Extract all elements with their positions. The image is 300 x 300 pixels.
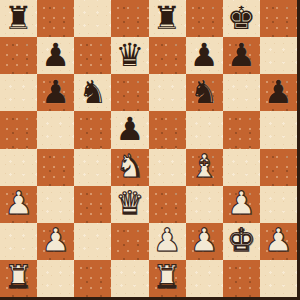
- square-a6[interactable]: [0, 74, 37, 111]
- white-queen-piece[interactable]: ♛: [116, 187, 145, 219]
- black-pawn-piece[interactable]: ♟: [227, 39, 256, 71]
- square-d7[interactable]: ♛: [111, 37, 148, 74]
- black-queen-piece[interactable]: ♛: [116, 39, 145, 71]
- white-pawn-piece[interactable]: ♟: [153, 224, 182, 256]
- white-pawn-piece[interactable]: ♟: [4, 187, 33, 219]
- white-pawn-piece[interactable]: ♟: [227, 187, 256, 219]
- square-a8[interactable]: ♜: [0, 0, 37, 37]
- black-knight-piece[interactable]: ♞: [190, 76, 219, 108]
- square-c6[interactable]: ♞: [74, 74, 111, 111]
- black-pawn-piece[interactable]: ♟: [41, 76, 70, 108]
- square-g1[interactable]: [223, 260, 260, 297]
- square-a5[interactable]: [0, 111, 37, 148]
- square-e8[interactable]: ♜: [149, 0, 186, 37]
- square-g7[interactable]: ♟: [223, 37, 260, 74]
- square-a2[interactable]: [0, 223, 37, 260]
- white-rook-piece[interactable]: ♜: [4, 261, 33, 293]
- white-pawn-piece[interactable]: ♟: [41, 224, 70, 256]
- square-g5[interactable]: [223, 111, 260, 148]
- square-f5[interactable]: [186, 111, 223, 148]
- square-b1[interactable]: [37, 260, 74, 297]
- white-rook-piece[interactable]: ♜: [153, 261, 182, 293]
- square-d5[interactable]: ♟: [111, 111, 148, 148]
- square-f7[interactable]: ♟: [186, 37, 223, 74]
- square-g3[interactable]: ♟: [223, 186, 260, 223]
- black-pawn-piece[interactable]: ♟: [41, 39, 70, 71]
- white-pawn-piece[interactable]: ♟: [264, 224, 293, 256]
- square-h7[interactable]: [260, 37, 297, 74]
- square-e4[interactable]: [149, 149, 186, 186]
- square-c5[interactable]: [74, 111, 111, 148]
- black-pawn-piece[interactable]: ♟: [264, 76, 293, 108]
- square-e2[interactable]: ♟: [149, 223, 186, 260]
- white-bishop-piece[interactable]: ♝: [190, 150, 219, 182]
- square-b6[interactable]: ♟: [37, 74, 74, 111]
- square-h5[interactable]: [260, 111, 297, 148]
- black-pawn-piece[interactable]: ♟: [190, 39, 219, 71]
- white-knight-piece[interactable]: ♞: [116, 150, 145, 182]
- square-c8[interactable]: [74, 0, 111, 37]
- square-h1[interactable]: [260, 260, 297, 297]
- square-f1[interactable]: [186, 260, 223, 297]
- square-e5[interactable]: [149, 111, 186, 148]
- square-d6[interactable]: [111, 74, 148, 111]
- black-rook-piece[interactable]: ♜: [153, 2, 182, 34]
- square-f2[interactable]: ♟: [186, 223, 223, 260]
- chess-board-frame: ♜♜♚♟♛♟♟♟♞♞♟♟♞♝♟♛♟♟♟♟♚♟♜♜: [0, 0, 300, 300]
- square-h3[interactable]: [260, 186, 297, 223]
- black-rook-piece[interactable]: ♜: [4, 2, 33, 34]
- square-c4[interactable]: [74, 149, 111, 186]
- white-king-piece[interactable]: ♚: [227, 224, 256, 256]
- square-e7[interactable]: [149, 37, 186, 74]
- square-d4[interactable]: ♞: [111, 149, 148, 186]
- square-b2[interactable]: ♟: [37, 223, 74, 260]
- square-d3[interactable]: ♛: [111, 186, 148, 223]
- square-e1[interactable]: ♜: [149, 260, 186, 297]
- chess-board: ♜♜♚♟♛♟♟♟♞♞♟♟♞♝♟♛♟♟♟♟♚♟♜♜: [0, 0, 297, 297]
- square-a3[interactable]: ♟: [0, 186, 37, 223]
- square-d8[interactable]: [111, 0, 148, 37]
- square-h8[interactable]: [260, 0, 297, 37]
- black-pawn-piece[interactable]: ♟: [116, 113, 145, 145]
- black-king-piece[interactable]: ♚: [227, 2, 256, 34]
- square-h6[interactable]: ♟: [260, 74, 297, 111]
- square-f4[interactable]: ♝: [186, 149, 223, 186]
- square-c1[interactable]: [74, 260, 111, 297]
- square-h2[interactable]: ♟: [260, 223, 297, 260]
- square-d1[interactable]: [111, 260, 148, 297]
- square-e3[interactable]: [149, 186, 186, 223]
- square-c3[interactable]: [74, 186, 111, 223]
- square-d2[interactable]: [111, 223, 148, 260]
- square-b5[interactable]: [37, 111, 74, 148]
- black-knight-piece[interactable]: ♞: [78, 76, 107, 108]
- square-c7[interactable]: [74, 37, 111, 74]
- square-g6[interactable]: [223, 74, 260, 111]
- square-h4[interactable]: [260, 149, 297, 186]
- square-a4[interactable]: [0, 149, 37, 186]
- square-a1[interactable]: ♜: [0, 260, 37, 297]
- square-b7[interactable]: ♟: [37, 37, 74, 74]
- square-b8[interactable]: [37, 0, 74, 37]
- square-g2[interactable]: ♚: [223, 223, 260, 260]
- square-g4[interactable]: [223, 149, 260, 186]
- square-f8[interactable]: [186, 0, 223, 37]
- square-a7[interactable]: [0, 37, 37, 74]
- square-b4[interactable]: [37, 149, 74, 186]
- square-f3[interactable]: [186, 186, 223, 223]
- square-f6[interactable]: ♞: [186, 74, 223, 111]
- square-g8[interactable]: ♚: [223, 0, 260, 37]
- square-e6[interactable]: [149, 74, 186, 111]
- square-c2[interactable]: [74, 223, 111, 260]
- square-b3[interactable]: [37, 186, 74, 223]
- white-pawn-piece[interactable]: ♟: [190, 224, 219, 256]
